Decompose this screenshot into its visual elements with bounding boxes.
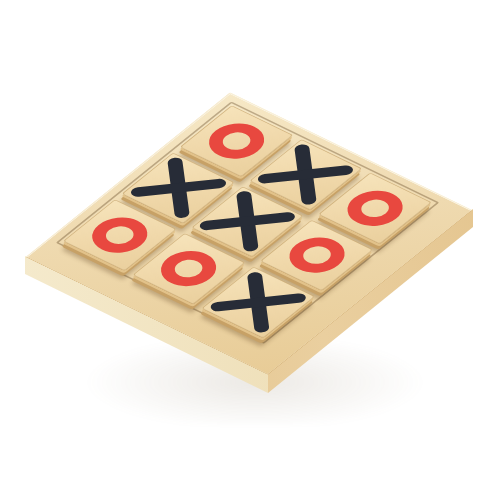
o-piece xyxy=(81,211,159,260)
o-piece xyxy=(198,116,276,165)
o-piece xyxy=(278,231,356,280)
o-piece xyxy=(150,244,228,293)
product-photo-stage xyxy=(0,0,500,500)
o-piece xyxy=(337,184,415,233)
